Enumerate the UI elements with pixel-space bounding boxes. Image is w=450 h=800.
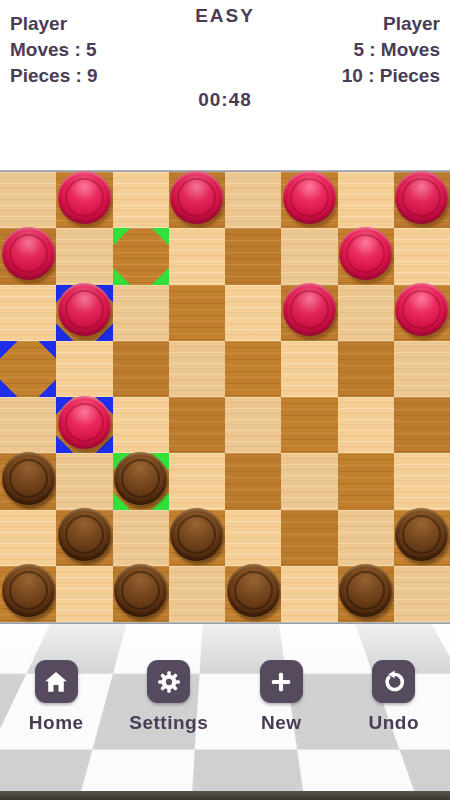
red-piece[interactable] [283,283,336,336]
brown-piece[interactable] [2,452,55,505]
cell-r7-c5 [281,566,337,622]
cell-r4-c6 [338,397,394,453]
new-label: New [261,712,302,734]
cell-r5-c0[interactable] [0,453,56,509]
checkers-board [0,172,450,622]
cell-r1-c0[interactable] [0,228,56,284]
cell-r3-c5 [281,341,337,397]
cell-r3-c7 [394,341,450,397]
cell-r7-c0[interactable] [0,566,56,622]
home-label: Home [29,712,84,734]
nav-buttons-row: Home Settings [0,660,450,734]
cell-r0-c0 [0,172,56,228]
brown-piece[interactable] [227,564,280,617]
cell-r4-c0 [0,397,56,453]
cell-r4-c1[interactable] [56,397,112,453]
brown-piece[interactable] [395,508,448,561]
cell-r1-c2[interactable] [113,228,169,284]
brown-piece[interactable] [114,564,167,617]
brown-piece[interactable] [170,508,223,561]
right-player-stats: Player 5 : Moves 10 : Pieces [342,11,440,89]
cell-r4-c3[interactable] [169,397,225,453]
brown-piece[interactable] [2,564,55,617]
cell-r3-c6[interactable] [338,341,394,397]
cell-r1-c5 [281,228,337,284]
red-piece[interactable] [170,171,223,224]
cell-r2-c2 [113,285,169,341]
game-header: EASY Player Moves : 5 Pieces : 9 Player … [0,0,450,170]
red-piece[interactable] [395,283,448,336]
cell-r2-c1[interactable] [56,285,112,341]
cell-r7-c6[interactable] [338,566,394,622]
cell-r6-c5[interactable] [281,510,337,566]
undo-icon [372,660,415,703]
red-piece[interactable] [2,227,55,280]
cell-r2-c6 [338,285,394,341]
cell-r2-c0 [0,285,56,341]
right-player-pieces: 10 : Pieces [342,63,440,89]
cell-r3-c4[interactable] [225,341,281,397]
red-piece[interactable] [395,171,448,224]
cell-r6-c3[interactable] [169,510,225,566]
cell-r2-c5[interactable] [281,285,337,341]
undo-label: Undo [368,712,419,734]
cell-r6-c6 [338,510,394,566]
cell-r3-c3 [169,341,225,397]
cell-r5-c6[interactable] [338,453,394,509]
cell-r7-c3 [169,566,225,622]
cell-r0-c7[interactable] [394,172,450,228]
cell-r0-c5[interactable] [281,172,337,228]
cell-r4-c5[interactable] [281,397,337,453]
cell-r0-c2 [113,172,169,228]
cell-r6-c4 [225,510,281,566]
cell-r3-c1 [56,341,112,397]
cell-r2-c4 [225,285,281,341]
new-game-button[interactable]: New [225,660,338,734]
left-player-stats: Player Moves : 5 Pieces : 9 [10,11,98,89]
undo-button[interactable]: Undo [338,660,450,734]
left-player-pieces: Pieces : 9 [10,63,98,89]
cell-r0-c1[interactable] [56,172,112,228]
cell-r3-c2[interactable] [113,341,169,397]
red-piece[interactable] [58,396,111,449]
bottom-edge-strip [0,791,450,800]
brown-piece[interactable] [339,564,392,617]
cell-r7-c1 [56,566,112,622]
left-player-name: Player [10,11,98,37]
home-button[interactable]: Home [0,660,113,734]
red-piece[interactable] [283,171,336,224]
cell-r7-c2[interactable] [113,566,169,622]
gear-icon [147,660,190,703]
settings-label: Settings [129,712,208,734]
cell-r5-c7 [394,453,450,509]
brown-piece[interactable] [114,452,167,505]
cell-r2-c3[interactable] [169,285,225,341]
cell-r0-c4 [225,172,281,228]
brown-piece[interactable] [58,508,111,561]
game-timer: 00:48 [0,89,450,111]
cell-r6-c0 [0,510,56,566]
cell-r4-c7[interactable] [394,397,450,453]
cell-r7-c4[interactable] [225,566,281,622]
cell-r1-c4[interactable] [225,228,281,284]
cell-r6-c1[interactable] [56,510,112,566]
cell-r1-c6[interactable] [338,228,394,284]
cell-r4-c4 [225,397,281,453]
cell-r5-c4[interactable] [225,453,281,509]
plus-icon [260,660,303,703]
cell-r1-c1 [56,228,112,284]
cell-r1-c7 [394,228,450,284]
red-piece[interactable] [58,283,111,336]
highlight-green [113,228,169,284]
cell-r6-c2 [113,510,169,566]
cell-r0-c3[interactable] [169,172,225,228]
right-player-moves: 5 : Moves [342,37,440,63]
cell-r5-c2[interactable] [113,453,169,509]
red-piece[interactable] [58,171,111,224]
right-player-name: Player [342,11,440,37]
cell-r5-c3 [169,453,225,509]
cell-r5-c1 [56,453,112,509]
red-piece[interactable] [339,227,392,280]
cell-r0-c6 [338,172,394,228]
left-player-moves: Moves : 5 [10,37,98,63]
cell-r4-c2 [113,397,169,453]
cell-r7-c7 [394,566,450,622]
cell-r2-c7[interactable] [394,285,450,341]
cell-r1-c3 [169,228,225,284]
settings-button[interactable]: Settings [113,660,226,734]
cell-r6-c7[interactable] [394,510,450,566]
cell-r3-c0[interactable] [0,341,56,397]
cell-r5-c5 [281,453,337,509]
home-icon [35,660,78,703]
checkers-app: EASY Player Moves : 5 Pieces : 9 Player … [0,0,450,800]
bottom-nav-bar: Home Settings [0,624,450,800]
highlight-blue [0,341,56,397]
